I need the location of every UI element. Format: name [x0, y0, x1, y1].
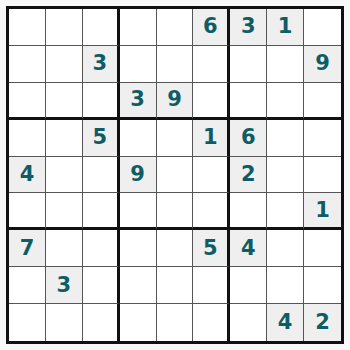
cell-r7c1[interactable]: 7	[9, 230, 46, 267]
cell-r6c7[interactable]	[230, 193, 267, 230]
cell-r6c9[interactable]: 1	[304, 193, 341, 230]
cell-r8c1[interactable]	[9, 267, 46, 304]
cell-r4c2[interactable]	[46, 120, 83, 157]
page: 63139395164921754342	[0, 0, 350, 350]
cell-r9c5[interactable]	[157, 304, 194, 341]
cell-r1c3[interactable]	[83, 9, 120, 46]
cell-r7c5[interactable]	[157, 230, 194, 267]
cell-r1c9[interactable]	[304, 9, 341, 46]
cell-r8c8[interactable]	[267, 267, 304, 304]
cell-r8c9[interactable]	[304, 267, 341, 304]
sudoku-board: 63139395164921754342	[6, 6, 344, 344]
cell-r1c4[interactable]	[120, 9, 157, 46]
cell-r6c2[interactable]	[46, 193, 83, 230]
cell-r7c3[interactable]	[83, 230, 120, 267]
cell-r5c7[interactable]: 2	[230, 157, 267, 194]
cell-r8c7[interactable]	[230, 267, 267, 304]
cell-r9c6[interactable]	[193, 304, 230, 341]
cell-r8c4[interactable]	[120, 267, 157, 304]
cell-r5c2[interactable]	[46, 157, 83, 194]
cell-r1c2[interactable]	[46, 9, 83, 46]
cell-r2c2[interactable]	[46, 46, 83, 83]
cell-r8c5[interactable]	[157, 267, 194, 304]
cell-r9c7[interactable]	[230, 304, 267, 341]
cell-r9c9[interactable]: 2	[304, 304, 341, 341]
cell-r7c8[interactable]	[267, 230, 304, 267]
cell-r3c7[interactable]	[230, 83, 267, 120]
cell-r5c8[interactable]	[267, 157, 304, 194]
cell-r1c6[interactable]: 6	[193, 9, 230, 46]
cell-r5c1[interactable]: 4	[9, 157, 46, 194]
cell-r9c2[interactable]	[46, 304, 83, 341]
cell-r2c6[interactable]	[193, 46, 230, 83]
cell-r9c4[interactable]	[120, 304, 157, 341]
cell-r1c8[interactable]: 1	[267, 9, 304, 46]
cell-r5c4[interactable]: 9	[120, 157, 157, 194]
cell-r3c2[interactable]	[46, 83, 83, 120]
cell-r8c2[interactable]: 3	[46, 267, 83, 304]
cell-r4c8[interactable]	[267, 120, 304, 157]
cell-r6c4[interactable]	[120, 193, 157, 230]
cell-r5c9[interactable]	[304, 157, 341, 194]
cell-r1c7[interactable]: 3	[230, 9, 267, 46]
cell-r7c2[interactable]	[46, 230, 83, 267]
cell-r5c3[interactable]	[83, 157, 120, 194]
cell-r3c8[interactable]	[267, 83, 304, 120]
cell-r4c9[interactable]	[304, 120, 341, 157]
cell-r8c3[interactable]	[83, 267, 120, 304]
cell-r7c7[interactable]: 4	[230, 230, 267, 267]
cell-r2c1[interactable]	[9, 46, 46, 83]
cell-r4c4[interactable]	[120, 120, 157, 157]
cell-r3c3[interactable]	[83, 83, 120, 120]
cell-r2c4[interactable]	[120, 46, 157, 83]
cell-r1c1[interactable]	[9, 9, 46, 46]
cell-r2c9[interactable]: 9	[304, 46, 341, 83]
cell-r6c6[interactable]	[193, 193, 230, 230]
cell-r3c6[interactable]	[193, 83, 230, 120]
cell-r5c6[interactable]	[193, 157, 230, 194]
cell-r7c9[interactable]	[304, 230, 341, 267]
cell-r2c7[interactable]	[230, 46, 267, 83]
cell-r2c5[interactable]	[157, 46, 194, 83]
cell-r9c3[interactable]	[83, 304, 120, 341]
cell-r4c5[interactable]	[157, 120, 194, 157]
cell-r6c1[interactable]	[9, 193, 46, 230]
cell-r6c3[interactable]	[83, 193, 120, 230]
cell-r4c7[interactable]: 6	[230, 120, 267, 157]
cell-r9c8[interactable]: 4	[267, 304, 304, 341]
cell-r7c6[interactable]: 5	[193, 230, 230, 267]
cell-r2c8[interactable]	[267, 46, 304, 83]
cell-r3c4[interactable]: 3	[120, 83, 157, 120]
cell-r4c6[interactable]: 1	[193, 120, 230, 157]
cell-r3c5[interactable]: 9	[157, 83, 194, 120]
cell-r8c6[interactable]	[193, 267, 230, 304]
cell-r3c9[interactable]	[304, 83, 341, 120]
cell-r3c1[interactable]	[9, 83, 46, 120]
cell-r2c3[interactable]: 3	[83, 46, 120, 83]
cell-r5c5[interactable]	[157, 157, 194, 194]
cell-r6c8[interactable]	[267, 193, 304, 230]
cell-r6c5[interactable]	[157, 193, 194, 230]
cell-r1c5[interactable]	[157, 9, 194, 46]
cell-r4c3[interactable]: 5	[83, 120, 120, 157]
cell-r7c4[interactable]	[120, 230, 157, 267]
cell-r9c1[interactable]	[9, 304, 46, 341]
cell-r4c1[interactable]	[9, 120, 46, 157]
